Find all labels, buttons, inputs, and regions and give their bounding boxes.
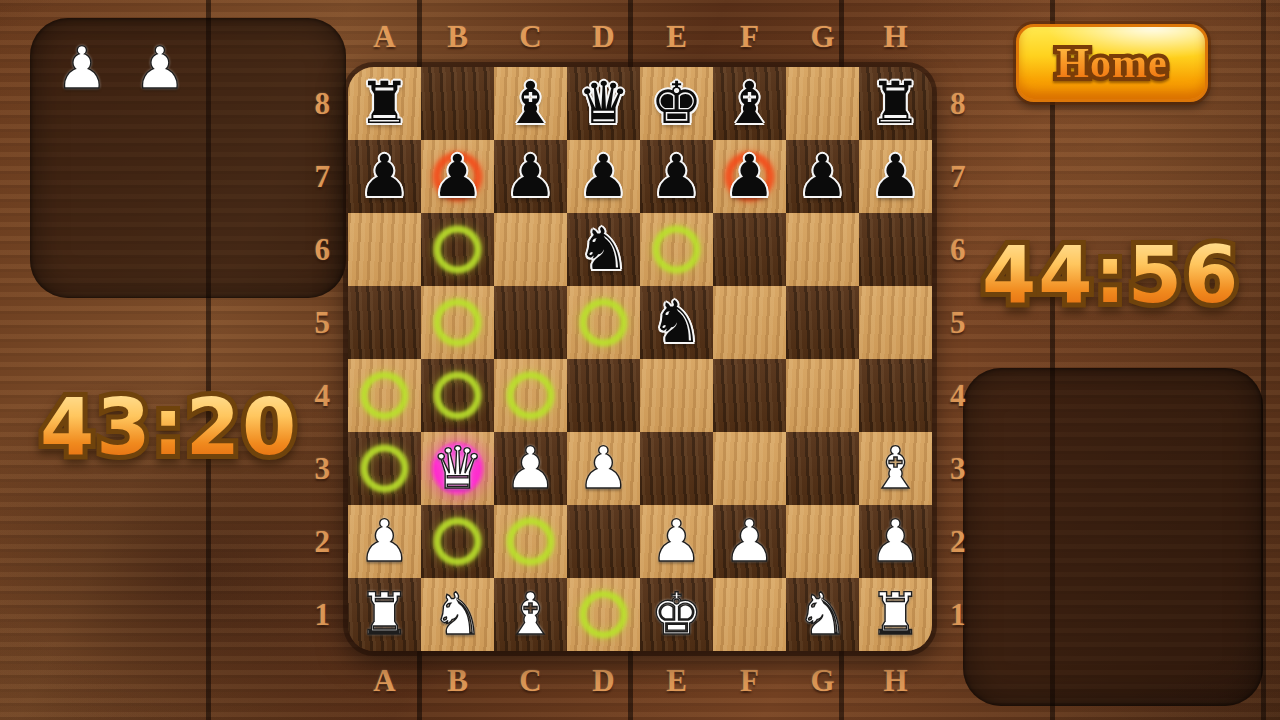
square-d5[interactable] <box>567 286 640 359</box>
rank-label-3: 3 <box>294 432 340 505</box>
rank-label-4: 4 <box>294 359 340 432</box>
square-f3[interactable] <box>713 432 786 505</box>
square-c2[interactable] <box>494 505 567 578</box>
file-label-a: A <box>348 660 421 702</box>
square-g6[interactable] <box>786 213 859 286</box>
square-g4[interactable] <box>786 359 859 432</box>
file-label-f: F <box>713 660 786 702</box>
file-label-e: E <box>640 16 713 58</box>
black-pawn[interactable]: ♟ <box>578 140 630 213</box>
home-label-text: Home <box>1056 40 1167 86</box>
square-e1[interactable]: ♚ <box>640 578 713 651</box>
white-queen[interactable]: ♛ <box>432 432 484 505</box>
white-king[interactable]: ♚ <box>651 578 703 651</box>
square-g8[interactable] <box>786 67 859 140</box>
square-b2[interactable] <box>421 505 494 578</box>
square-e2[interactable]: ♟ <box>640 505 713 578</box>
black-pawn[interactable]: ♟ <box>724 140 776 213</box>
black-pawn[interactable]: ♟ <box>432 140 484 213</box>
rank-label-7: 7 <box>940 140 986 213</box>
black-rook[interactable]: ♜ <box>359 67 411 140</box>
rank-label-6: 6 <box>940 213 986 286</box>
black-clock-time: 44:56 <box>982 230 1240 320</box>
move-highlight-a4 <box>348 359 421 432</box>
square-b3[interactable]: ♛ <box>421 432 494 505</box>
square-b4[interactable] <box>421 359 494 432</box>
black-pawn[interactable]: ♟ <box>651 140 703 213</box>
home-button-label: Home Home <box>1056 39 1167 87</box>
square-h7[interactable]: ♟ <box>859 140 932 213</box>
file-label-h: H <box>859 16 932 58</box>
black-king[interactable]: ♚ <box>651 67 703 140</box>
square-e4[interactable] <box>640 359 713 432</box>
file-label-a: A <box>348 16 421 58</box>
square-e5[interactable]: ♞ <box>640 286 713 359</box>
black-pawn[interactable]: ♟ <box>797 140 849 213</box>
move-highlight-c2 <box>494 505 567 578</box>
square-e8[interactable]: ♚ <box>640 67 713 140</box>
square-b6[interactable] <box>421 213 494 286</box>
square-f1[interactable] <box>713 578 786 651</box>
square-d7[interactable]: ♟ <box>567 140 640 213</box>
black-queen[interactable]: ♛ <box>578 67 630 140</box>
file-label-e: E <box>640 660 713 702</box>
file-label-d: D <box>567 660 640 702</box>
square-h4[interactable] <box>859 359 932 432</box>
move-highlight-b4 <box>421 359 494 432</box>
square-e3[interactable] <box>640 432 713 505</box>
black-pawn[interactable]: ♟ <box>505 140 557 213</box>
square-a6[interactable] <box>348 213 421 286</box>
square-a8[interactable]: ♜ <box>348 67 421 140</box>
square-h8[interactable]: ♜ <box>859 67 932 140</box>
move-highlight-e6 <box>640 213 713 286</box>
file-labels-top: ABCDEFGH <box>348 16 932 58</box>
square-d1[interactable] <box>567 578 640 651</box>
square-a5[interactable] <box>348 286 421 359</box>
square-a1[interactable]: ♜ <box>348 578 421 651</box>
black-clock: 44:56 44:56 <box>982 230 1240 320</box>
square-f6[interactable] <box>713 213 786 286</box>
square-e7[interactable]: ♟ <box>640 140 713 213</box>
square-a7[interactable]: ♟ <box>348 140 421 213</box>
white-knight[interactable]: ♞ <box>797 578 849 651</box>
white-clock: 43:20 43:20 <box>40 382 298 472</box>
rank-label-8: 8 <box>940 67 986 140</box>
black-rook[interactable]: ♜ <box>870 67 922 140</box>
rank-label-2: 2 <box>294 505 340 578</box>
square-d3[interactable]: ♟ <box>567 432 640 505</box>
move-highlight-d5 <box>567 286 640 359</box>
captured-black-pieces-tray <box>963 368 1263 706</box>
square-b5[interactable] <box>421 286 494 359</box>
square-f8[interactable]: ♝ <box>713 67 786 140</box>
square-d2[interactable] <box>567 505 640 578</box>
move-highlight-c4 <box>494 359 567 432</box>
white-pawn[interactable]: ♟ <box>505 432 557 505</box>
square-g1[interactable]: ♞ <box>786 578 859 651</box>
black-knight[interactable]: ♞ <box>578 213 630 286</box>
file-label-g: G <box>786 660 859 702</box>
file-label-d: D <box>567 16 640 58</box>
home-button[interactable]: Home Home <box>1016 24 1208 102</box>
square-f5[interactable] <box>713 286 786 359</box>
square-a2[interactable]: ♟ <box>348 505 421 578</box>
black-knight[interactable]: ♞ <box>651 286 703 359</box>
square-c5[interactable] <box>494 286 567 359</box>
black-pawn[interactable]: ♟ <box>870 140 922 213</box>
square-c4[interactable] <box>494 359 567 432</box>
white-bishop[interactable]: ♝ <box>870 432 922 505</box>
file-label-b: B <box>421 16 494 58</box>
file-label-c: C <box>494 16 567 58</box>
black-bishop[interactable]: ♝ <box>724 67 776 140</box>
square-c3[interactable]: ♟ <box>494 432 567 505</box>
square-d8[interactable]: ♛ <box>567 67 640 140</box>
captured-white-pieces-tray: ♟♟ <box>30 18 346 298</box>
white-clock-time: 43:20 <box>40 382 298 472</box>
square-c1[interactable]: ♝ <box>494 578 567 651</box>
captured-white-pawn: ♟ <box>56 32 108 105</box>
square-a3[interactable] <box>348 432 421 505</box>
square-h1[interactable]: ♜ <box>859 578 932 651</box>
move-highlight-b5 <box>421 286 494 359</box>
square-b7[interactable]: ♟ <box>421 140 494 213</box>
white-rook[interactable]: ♜ <box>359 578 411 651</box>
white-pawn[interactable]: ♟ <box>651 505 703 578</box>
move-highlight-b2 <box>421 505 494 578</box>
move-highlight-a3 <box>348 432 421 505</box>
square-f2[interactable]: ♟ <box>713 505 786 578</box>
rank-label-1: 1 <box>294 578 340 651</box>
file-label-c: C <box>494 660 567 702</box>
square-g3[interactable] <box>786 432 859 505</box>
file-label-b: B <box>421 660 494 702</box>
square-d6[interactable]: ♞ <box>567 213 640 286</box>
square-c6[interactable] <box>494 213 567 286</box>
square-g7[interactable]: ♟ <box>786 140 859 213</box>
square-g5[interactable] <box>786 286 859 359</box>
square-f7[interactable]: ♟ <box>713 140 786 213</box>
square-h3[interactable]: ♝ <box>859 432 932 505</box>
white-pawn[interactable]: ♟ <box>724 505 776 578</box>
black-bishop[interactable]: ♝ <box>505 67 557 140</box>
white-knight[interactable]: ♞ <box>432 578 484 651</box>
white-rook[interactable]: ♜ <box>870 578 922 651</box>
square-h2[interactable]: ♟ <box>859 505 932 578</box>
white-pawn[interactable]: ♟ <box>578 432 630 505</box>
captured-white-pawn: ♟ <box>134 32 186 105</box>
square-h6[interactable] <box>859 213 932 286</box>
square-d4[interactable] <box>567 359 640 432</box>
square-c7[interactable]: ♟ <box>494 140 567 213</box>
file-label-f: F <box>713 16 786 58</box>
rank-label-5: 5 <box>940 286 986 359</box>
white-bishop[interactable]: ♝ <box>505 578 557 651</box>
file-label-g: G <box>786 16 859 58</box>
game-screen: ♟♟ ABCDEFGH ABCDEFGH 87654321 87654321 ♜… <box>0 0 1280 720</box>
square-g2[interactable] <box>786 505 859 578</box>
square-h5[interactable] <box>859 286 932 359</box>
square-b1[interactable]: ♞ <box>421 578 494 651</box>
square-e6[interactable] <box>640 213 713 286</box>
move-highlight-b6 <box>421 213 494 286</box>
square-f4[interactable] <box>713 359 786 432</box>
square-b8[interactable] <box>421 67 494 140</box>
square-a4[interactable] <box>348 359 421 432</box>
square-c8[interactable]: ♝ <box>494 67 567 140</box>
file-labels-bottom: ABCDEFGH <box>348 660 932 702</box>
chess-board: ♜♝♛♚♝♜♟♟♟♟♟♟♟♟♞♞♛♟♟♝♟♟♟♟♜♞♝♚♞♜ <box>348 67 932 651</box>
white-pawn[interactable]: ♟ <box>359 505 411 578</box>
file-label-h: H <box>859 660 932 702</box>
white-pawn[interactable]: ♟ <box>870 505 922 578</box>
move-highlight-d1 <box>567 578 640 651</box>
black-pawn[interactable]: ♟ <box>359 140 411 213</box>
